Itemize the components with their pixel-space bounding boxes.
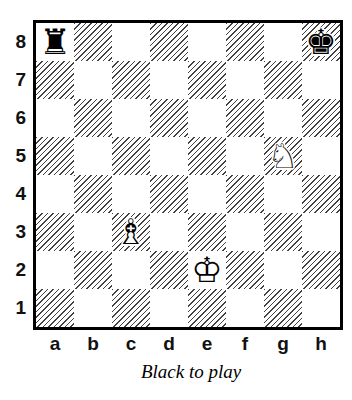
rank-label-2: 2 [15,251,26,289]
square-f6 [226,99,264,137]
square-b5 [74,137,112,175]
square-d3 [150,213,188,251]
piece-black-king: ♚♚ [302,23,340,61]
square-a7 [36,61,74,99]
square-c7 [112,61,150,99]
piece-black-rook: ♜♜ [36,23,74,61]
caption: Black to play [36,361,346,383]
square-e4 [188,175,226,213]
board-and-files: ♜♜♚♚♞♘♝♗♚♔ abcdefgh [33,20,343,355]
square-d5 [150,137,188,175]
square-h6 [302,99,340,137]
square-e8 [188,23,226,61]
rank-labels: 87654321 [7,20,33,355]
file-label-g: g [264,333,302,355]
square-g2 [264,251,302,289]
square-e5 [188,137,226,175]
square-b7 [74,61,112,99]
square-b3 [74,213,112,251]
square-f2 [226,251,264,289]
square-h2 [302,251,340,289]
square-a4 [36,175,74,213]
rank-label-1: 1 [15,289,26,327]
square-f8 [226,23,264,61]
square-c2 [112,251,150,289]
square-b8 [74,23,112,61]
square-f4 [226,175,264,213]
square-d2 [150,251,188,289]
white-king-icon: ♔ [188,251,226,289]
square-b6 [74,99,112,137]
square-e6 [188,99,226,137]
square-h1 [302,289,340,327]
square-h4 [302,175,340,213]
square-c6 [112,99,150,137]
square-c5 [112,137,150,175]
square-f1 [226,289,264,327]
file-label-b: b [74,333,112,355]
file-label-f: f [226,333,264,355]
file-label-d: d [150,333,188,355]
square-d8 [150,23,188,61]
square-f5 [226,137,264,175]
square-g8 [264,23,302,61]
square-a2 [36,251,74,289]
square-c1 [112,289,150,327]
square-e1 [188,289,226,327]
square-f7 [226,61,264,99]
file-labels: abcdefgh [36,333,343,355]
piece-white-knight: ♞♘ [264,137,302,175]
piece-white-bishop: ♝♗ [112,213,150,251]
square-d7 [150,61,188,99]
file-label-h: h [302,333,340,355]
square-g3 [264,213,302,251]
square-a1 [36,289,74,327]
square-e3 [188,213,226,251]
square-a5 [36,137,74,175]
rank-label-8: 8 [15,23,26,61]
square-h7 [302,61,340,99]
board-area: 87654321 ♜♜♚♚♞♘♝♗♚♔ abcdefgh [7,20,343,355]
black-king-icon: ♚ [302,23,340,61]
square-e2: ♚♔ [188,251,226,289]
chess-diagram-page: 87654321 ♜♜♚♚♞♘♝♗♚♔ abcdefgh Black to pl… [0,0,352,400]
square-a3 [36,213,74,251]
square-h8: ♚♚ [302,23,340,61]
square-h3 [302,213,340,251]
file-label-c: c [112,333,150,355]
square-g1 [264,289,302,327]
square-b2 [74,251,112,289]
rank-label-4: 4 [15,175,26,213]
square-g5: ♞♘ [264,137,302,175]
white-knight-icon: ♘ [264,137,302,175]
square-a8: ♜♜ [36,23,74,61]
square-c3: ♝♗ [112,213,150,251]
rank-label-3: 3 [15,213,26,251]
rank-label-5: 5 [15,137,26,175]
square-b4 [74,175,112,213]
square-g7 [264,61,302,99]
rank-label-7: 7 [15,61,26,99]
square-g6 [264,99,302,137]
white-bishop-icon: ♗ [112,213,150,251]
square-c4 [112,175,150,213]
square-a6 [36,99,74,137]
chess-board: ♜♜♚♚♞♘♝♗♚♔ [33,20,343,330]
square-d1 [150,289,188,327]
square-d6 [150,99,188,137]
file-label-e: e [188,333,226,355]
square-e7 [188,61,226,99]
square-c8 [112,23,150,61]
square-g4 [264,175,302,213]
file-label-a: a [36,333,74,355]
square-d4 [150,175,188,213]
square-f3 [226,213,264,251]
black-rook-icon: ♜ [36,23,74,61]
square-b1 [74,289,112,327]
piece-white-king: ♚♔ [188,251,226,289]
rank-label-6: 6 [15,99,26,137]
square-h5 [302,137,340,175]
